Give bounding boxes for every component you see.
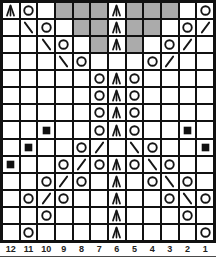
cell-r9-c12: [2, 139, 20, 156]
cell-r13-c11: [20, 207, 38, 224]
col-label-3: 3: [161, 243, 179, 256]
cell-r1-c9: [55, 2, 73, 19]
cell-r4-c2: [179, 53, 197, 70]
col-label-11: 11: [20, 243, 38, 256]
cell-r2-c3: [161, 19, 179, 36]
cell-r5-c7-yarn-over-icon: [90, 70, 108, 87]
cell-r13-c1: [196, 207, 214, 224]
cell-r9-c8-yarn-over-icon: [73, 139, 91, 156]
cell-r2-c1-right-decrease-icon: [196, 19, 214, 36]
cell-r4-c7: [90, 53, 108, 70]
cell-r4-c12: [2, 53, 20, 70]
cell-r11-c8-yarn-over-icon: [73, 173, 91, 190]
cell-r12-c6-centered-double-decrease-icon: [108, 190, 126, 207]
cell-r3-c8: [73, 36, 91, 53]
cell-r4-c5: [126, 53, 144, 70]
cell-r13-c9: [55, 207, 73, 224]
cell-r5-c3: [161, 70, 179, 87]
cell-r3-c11: [20, 36, 38, 53]
cell-r8-c3: [161, 121, 179, 138]
cell-r6-c10: [37, 87, 55, 104]
cell-r12-c7: [90, 190, 108, 207]
cell-r14-c2: [179, 224, 197, 241]
cell-r4-c6: [108, 53, 126, 70]
cell-r5-c9: [55, 70, 73, 87]
col-label-12: 12: [2, 243, 20, 256]
cell-r5-c8: [73, 70, 91, 87]
cell-r10-c5-yarn-over-icon: [126, 156, 144, 173]
cell-r4-c1: [196, 53, 214, 70]
cell-r1-c6-centered-double-decrease-icon: [108, 2, 126, 19]
cell-r2-c7: [90, 19, 108, 36]
cell-r6-c7-yarn-over-icon: [90, 87, 108, 104]
cell-r14-c5: [126, 224, 144, 241]
col-label-5: 5: [126, 243, 144, 256]
cell-r11-c7: [90, 173, 108, 190]
cell-r1-c12-centered-double-decrease-icon: [2, 2, 20, 19]
cell-r9-c1-filled-square-icon: [196, 139, 214, 156]
cell-r13-c5: [126, 207, 144, 224]
cell-r6-c1: [196, 87, 214, 104]
cell-r8-c2-filled-square-icon: [179, 121, 197, 138]
cell-r7-c1: [196, 104, 214, 121]
cell-r10-c4-left-decrease-icon: [143, 156, 161, 173]
cell-r6-c11: [20, 87, 38, 104]
cell-r10-c12-filled-square-icon: [2, 156, 20, 173]
cell-r2-c2-yarn-over-icon: [179, 19, 197, 36]
cell-r13-c6-centered-double-decrease-icon: [108, 207, 126, 224]
cell-r10-c2: [179, 156, 197, 173]
cell-r12-c11-yarn-over-icon: [20, 190, 38, 207]
cell-r11-c11: [20, 173, 38, 190]
cell-r11-c3-left-decrease-icon: [161, 173, 179, 190]
cell-r1-c7: [90, 2, 108, 19]
cell-r10-c7-yarn-over-icon: [90, 156, 108, 173]
cell-r1-c10: [37, 2, 55, 19]
cell-r13-c3: [161, 207, 179, 224]
cell-r13-c12: [2, 207, 20, 224]
cell-r1-c5: [126, 2, 144, 19]
cell-r14-c6-centered-double-decrease-icon: [108, 224, 126, 241]
cell-r5-c10: [37, 70, 55, 87]
chart-grid: [0, 0, 216, 243]
cell-r8-c1: [196, 121, 214, 138]
cell-r9-c10: [37, 139, 55, 156]
cell-r7-c3: [161, 104, 179, 121]
cell-r7-c4: [143, 104, 161, 121]
cell-r6-c6-centered-double-decrease-icon: [108, 87, 126, 104]
col-label-4: 4: [143, 243, 161, 256]
cell-r11-c10-yarn-over-icon: [37, 173, 55, 190]
cell-r12-c2-left-decrease-icon: [179, 190, 197, 207]
cell-r12-c3-yarn-over-icon: [161, 190, 179, 207]
cell-r10-c9-yarn-over-icon: [55, 156, 73, 173]
col-label-2: 2: [179, 243, 197, 256]
cell-r5-c2: [179, 70, 197, 87]
cell-r1-c11-yarn-over-icon: [20, 2, 38, 19]
cell-r10-c8-right-decrease-icon: [73, 156, 91, 173]
cell-r13-c2-yarn-over-icon: [179, 207, 197, 224]
cell-r1-c1-yarn-over-icon: [196, 2, 214, 19]
cell-r6-c9: [55, 87, 73, 104]
cell-r9-c5-left-decrease-icon: [126, 139, 144, 156]
cell-r7-c10: [37, 104, 55, 121]
cell-r8-c9: [55, 121, 73, 138]
cell-r9-c6: [108, 139, 126, 156]
cell-r6-c8: [73, 87, 91, 104]
knitting-chart-page: 121110987654321: [0, 0, 216, 257]
cell-r2-c10-yarn-over-icon: [37, 19, 55, 36]
cell-r8-c7-yarn-over-icon: [90, 121, 108, 138]
cell-r8-c8: [73, 121, 91, 138]
cell-r7-c12: [2, 104, 20, 121]
cell-r8-c6-centered-double-decrease-icon: [108, 121, 126, 138]
cell-r5-c1: [196, 70, 214, 87]
cell-r4-c4-yarn-over-icon: [143, 53, 161, 70]
cell-r13-c8: [73, 207, 91, 224]
cell-r1-c2: [179, 2, 197, 19]
cell-r8-c11: [20, 121, 38, 138]
cell-r10-c11: [20, 156, 38, 173]
cell-r14-c7: [90, 224, 108, 241]
cell-r12-c10-right-decrease-icon: [37, 190, 55, 207]
cell-r2-c5: [126, 19, 144, 36]
cell-r5-c12: [2, 70, 20, 87]
cell-r10-c10: [37, 156, 55, 173]
cell-r11-c12: [2, 173, 20, 190]
col-label-10: 10: [37, 243, 55, 256]
cell-r7-c5-yarn-over-icon: [126, 104, 144, 121]
cell-r9-c9: [55, 139, 73, 156]
cell-r1-c4: [143, 2, 161, 19]
cell-r2-c9: [55, 19, 73, 36]
cell-r8-c10-filled-square-icon: [37, 121, 55, 138]
col-label-7: 7: [90, 243, 108, 256]
cell-r7-c11: [20, 104, 38, 121]
cell-r11-c1: [196, 173, 214, 190]
cell-r3-c2-right-decrease-icon: [179, 36, 197, 53]
cell-r14-c12: [2, 224, 20, 241]
cell-r3-c4: [143, 36, 161, 53]
cell-r7-c2: [179, 104, 197, 121]
cell-r12-c1-yarn-over-icon: [196, 190, 214, 207]
cell-r5-c6-centered-double-decrease-icon: [108, 70, 126, 87]
cell-r5-c11: [20, 70, 38, 87]
cell-r3-c1: [196, 36, 214, 53]
cell-r9-c11-filled-square-icon: [20, 139, 38, 156]
cell-r3-c7: [90, 36, 108, 53]
col-label-9: 9: [55, 243, 73, 256]
cell-r6-c4: [143, 87, 161, 104]
cell-r14-c9: [55, 224, 73, 241]
cell-r3-c9-yarn-over-icon: [55, 36, 73, 53]
cell-r2-c8: [73, 19, 91, 36]
cell-r2-c6-centered-double-decrease-icon: [108, 19, 126, 36]
cell-r2-c11-left-decrease-icon: [20, 19, 38, 36]
cell-r12-c5: [126, 190, 144, 207]
cell-r11-c4-yarn-over-icon: [143, 173, 161, 190]
cell-r3-c5: [126, 36, 144, 53]
cell-r10-c3-yarn-over-icon: [161, 156, 179, 173]
cell-r4-c8-yarn-over-icon: [73, 53, 91, 70]
col-label-8: 8: [73, 243, 91, 256]
cell-r6-c2: [179, 87, 197, 104]
cell-r3-c3-yarn-over-icon: [161, 36, 179, 53]
cell-r14-c8: [73, 224, 91, 241]
cell-r2-c4: [143, 19, 161, 36]
cell-r3-c12: [2, 36, 20, 53]
cell-r4-c9-left-decrease-icon: [55, 53, 73, 70]
cell-r12-c4: [143, 190, 161, 207]
cell-r7-c8: [73, 104, 91, 121]
cell-r9-c7-right-decrease-icon: [90, 139, 108, 156]
cell-r11-c6-centered-double-decrease-icon: [108, 173, 126, 190]
cell-r13-c10-yarn-over-icon: [37, 207, 55, 224]
cell-r12-c9-yarn-over-icon: [55, 190, 73, 207]
cell-r11-c5: [126, 173, 144, 190]
cell-r8-c12: [2, 121, 20, 138]
cell-r6-c12: [2, 87, 20, 104]
cell-r14-c4: [143, 224, 161, 241]
cell-r1-c3: [161, 2, 179, 19]
cell-r12-c12: [2, 190, 20, 207]
cell-r8-c5-yarn-over-icon: [126, 121, 144, 138]
cell-r5-c4: [143, 70, 161, 87]
cell-r14-c1-yarn-over-icon: [196, 224, 214, 241]
cell-r7-c9: [55, 104, 73, 121]
cell-r10-c6-centered-double-decrease-icon: [108, 156, 126, 173]
cell-r11-c2-yarn-over-icon: [179, 173, 197, 190]
cell-r9-c3: [161, 139, 179, 156]
cell-r2-c12: [2, 19, 20, 36]
cell-r11-c9-right-decrease-icon: [55, 173, 73, 190]
cell-r10-c1: [196, 156, 214, 173]
cell-r1-c8: [73, 2, 91, 19]
cell-r4-c3-right-decrease-icon: [161, 53, 179, 70]
cell-r6-c3: [161, 87, 179, 104]
cell-r9-c4-yarn-over-icon: [143, 139, 161, 156]
cell-r14-c10: [37, 224, 55, 241]
cell-r14-c3: [161, 224, 179, 241]
cell-r3-c10-left-decrease-icon: [37, 36, 55, 53]
cell-r3-c6-centered-double-decrease-icon: [108, 36, 126, 53]
cell-r12-c8: [73, 190, 91, 207]
cell-r13-c4: [143, 207, 161, 224]
cell-r8-c4: [143, 121, 161, 138]
cell-r9-c2: [179, 139, 197, 156]
col-label-6: 6: [108, 243, 126, 256]
cell-r14-c11-yarn-over-icon: [20, 224, 38, 241]
cell-r7-c7-yarn-over-icon: [90, 104, 108, 121]
cell-r4-c11: [20, 53, 38, 70]
cell-r4-c10: [37, 53, 55, 70]
cell-r6-c5-yarn-over-icon: [126, 87, 144, 104]
col-label-1: 1: [196, 243, 214, 256]
column-labels: 121110987654321: [0, 243, 216, 256]
cell-r5-c5-yarn-over-icon: [126, 70, 144, 87]
cell-r7-c6-centered-double-decrease-icon: [108, 104, 126, 121]
cell-r13-c7: [90, 207, 108, 224]
